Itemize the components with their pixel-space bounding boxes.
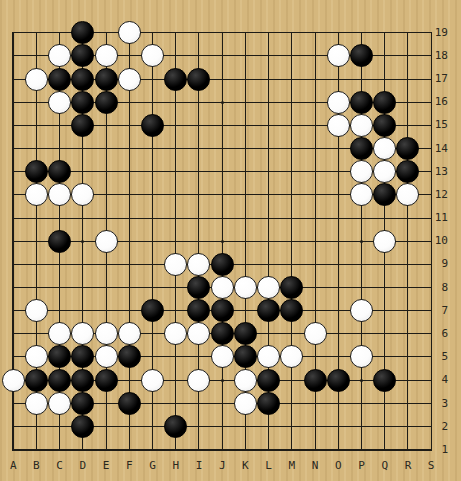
black-stone-I17[interactable]	[187, 68, 210, 91]
intersection-O17[interactable]	[327, 68, 350, 91]
black-stone-J6[interactable]	[211, 322, 234, 345]
white-stone-L8[interactable]	[257, 276, 280, 299]
black-stone-G15[interactable]	[141, 114, 164, 137]
intersection-C3[interactable]	[48, 392, 71, 415]
intersection-A2[interactable]	[2, 415, 25, 438]
intersection-L8[interactable]	[257, 276, 280, 299]
black-stone-M7[interactable]	[280, 299, 303, 322]
white-stone-J8[interactable]	[211, 276, 234, 299]
intersection-E11[interactable]	[94, 206, 117, 229]
intersection-C15[interactable]	[48, 114, 71, 137]
intersection-F6[interactable]	[118, 322, 141, 345]
intersection-O12[interactable]	[327, 183, 350, 206]
intersection-N17[interactable]	[303, 68, 326, 91]
intersection-K15[interactable]	[234, 114, 257, 137]
intersection-G5[interactable]	[141, 345, 164, 368]
intersection-F19[interactable]	[118, 21, 141, 44]
intersection-R5[interactable]	[396, 345, 419, 368]
intersection-O8[interactable]	[327, 276, 350, 299]
black-stone-C10[interactable]	[48, 230, 71, 253]
intersection-M1[interactable]	[280, 438, 303, 461]
intersection-F15[interactable]	[118, 114, 141, 137]
white-stone-C6[interactable]	[48, 322, 71, 345]
intersection-M18[interactable]	[280, 44, 303, 67]
intersection-A15[interactable]	[2, 114, 25, 137]
white-stone-B7[interactable]	[25, 299, 48, 322]
intersection-P3[interactable]	[350, 392, 373, 415]
intersection-G9[interactable]	[141, 253, 164, 276]
white-stone-I9[interactable]	[187, 253, 210, 276]
intersection-N8[interactable]	[303, 276, 326, 299]
intersection-N3[interactable]	[303, 392, 326, 415]
intersection-H10[interactable]	[164, 230, 187, 253]
intersection-O7[interactable]	[327, 299, 350, 322]
white-stone-Q14[interactable]	[373, 137, 396, 160]
intersection-B15[interactable]	[25, 114, 48, 137]
intersection-B9[interactable]	[25, 253, 48, 276]
intersection-N1[interactable]	[303, 438, 326, 461]
intersection-L13[interactable]	[257, 160, 280, 183]
intersection-Q8[interactable]	[373, 276, 396, 299]
intersection-Q4[interactable]	[373, 369, 396, 392]
intersection-G12[interactable]	[141, 183, 164, 206]
intersection-D13[interactable]	[71, 160, 94, 183]
intersection-A3[interactable]	[2, 392, 25, 415]
intersection-E1[interactable]	[94, 438, 117, 461]
intersection-G16[interactable]	[141, 91, 164, 114]
intersection-N6[interactable]	[303, 322, 326, 345]
intersection-A5[interactable]	[2, 345, 25, 368]
intersection-J9[interactable]	[211, 253, 234, 276]
intersection-I18[interactable]	[187, 44, 210, 67]
intersection-P5[interactable]	[350, 345, 373, 368]
intersection-J6[interactable]	[211, 322, 234, 345]
intersection-H5[interactable]	[164, 345, 187, 368]
intersection-K12[interactable]	[234, 183, 257, 206]
intersection-B1[interactable]	[25, 438, 48, 461]
black-stone-C17[interactable]	[48, 68, 71, 91]
intersection-A6[interactable]	[2, 322, 25, 345]
intersection-M16[interactable]	[280, 91, 303, 114]
intersection-F13[interactable]	[118, 160, 141, 183]
intersection-R14[interactable]	[396, 137, 419, 160]
white-stone-P15[interactable]	[350, 114, 373, 137]
white-stone-K3[interactable]	[234, 392, 257, 415]
intersection-P9[interactable]	[350, 253, 373, 276]
intersection-K8[interactable]	[234, 276, 257, 299]
intersection-N19[interactable]	[303, 21, 326, 44]
intersection-F2[interactable]	[118, 415, 141, 438]
intersection-B16[interactable]	[25, 91, 48, 114]
intersection-L6[interactable]	[257, 322, 280, 345]
intersection-O9[interactable]	[327, 253, 350, 276]
intersection-Q13[interactable]	[373, 160, 396, 183]
intersection-C1[interactable]	[48, 438, 71, 461]
intersection-K11[interactable]	[234, 206, 257, 229]
black-stone-D3[interactable]	[71, 392, 94, 415]
intersection-J5[interactable]	[211, 345, 234, 368]
intersection-F8[interactable]	[118, 276, 141, 299]
intersection-P18[interactable]	[350, 44, 373, 67]
intersection-R13[interactable]	[396, 160, 419, 183]
intersection-B6[interactable]	[25, 322, 48, 345]
intersection-I5[interactable]	[187, 345, 210, 368]
intersection-P16[interactable]	[350, 91, 373, 114]
intersection-K17[interactable]	[234, 68, 257, 91]
intersection-Q9[interactable]	[373, 253, 396, 276]
intersection-D2[interactable]	[71, 415, 94, 438]
intersection-N9[interactable]	[303, 253, 326, 276]
intersection-J3[interactable]	[211, 392, 234, 415]
intersection-H3[interactable]	[164, 392, 187, 415]
black-stone-R14[interactable]	[396, 137, 419, 160]
intersection-I12[interactable]	[187, 183, 210, 206]
white-stone-C16[interactable]	[48, 91, 71, 114]
intersection-G15[interactable]	[141, 114, 164, 137]
intersection-R9[interactable]	[396, 253, 419, 276]
black-stone-E16[interactable]	[95, 91, 118, 114]
intersection-G7[interactable]	[141, 299, 164, 322]
intersection-E6[interactable]	[94, 322, 117, 345]
intersection-O10[interactable]	[327, 230, 350, 253]
intersection-H17[interactable]	[164, 68, 187, 91]
intersection-B3[interactable]	[25, 392, 48, 415]
intersection-K6[interactable]	[234, 322, 257, 345]
white-stone-F19[interactable]	[118, 21, 141, 44]
white-stone-Q13[interactable]	[373, 160, 396, 183]
white-stone-B5[interactable]	[25, 345, 48, 368]
intersection-F10[interactable]	[118, 230, 141, 253]
intersection-H19[interactable]	[164, 21, 187, 44]
white-stone-P12[interactable]	[350, 183, 373, 206]
intersection-E9[interactable]	[94, 253, 117, 276]
white-stone-C3[interactable]	[48, 392, 71, 415]
intersection-B4[interactable]	[25, 369, 48, 392]
intersection-M5[interactable]	[280, 345, 303, 368]
intersection-M4[interactable]	[280, 369, 303, 392]
white-stone-H6[interactable]	[164, 322, 187, 345]
intersection-L15[interactable]	[257, 114, 280, 137]
white-stone-E6[interactable]	[95, 322, 118, 345]
white-stone-B17[interactable]	[25, 68, 48, 91]
intersection-P7[interactable]	[350, 299, 373, 322]
intersection-K18[interactable]	[234, 44, 257, 67]
intersection-B11[interactable]	[25, 206, 48, 229]
intersection-N5[interactable]	[303, 345, 326, 368]
intersection-B10[interactable]	[25, 230, 48, 253]
black-stone-Q15[interactable]	[373, 114, 396, 137]
intersection-N12[interactable]	[303, 183, 326, 206]
intersection-E17[interactable]	[94, 68, 117, 91]
intersection-M3[interactable]	[280, 392, 303, 415]
intersection-F11[interactable]	[118, 206, 141, 229]
white-stone-E10[interactable]	[95, 230, 118, 253]
intersection-P2[interactable]	[350, 415, 373, 438]
black-stone-C4[interactable]	[48, 369, 71, 392]
intersection-H13[interactable]	[164, 160, 187, 183]
white-stone-G18[interactable]	[141, 44, 164, 67]
intersection-L2[interactable]	[257, 415, 280, 438]
intersection-L9[interactable]	[257, 253, 280, 276]
intersection-I3[interactable]	[187, 392, 210, 415]
intersection-I16[interactable]	[187, 91, 210, 114]
black-stone-D17[interactable]	[71, 68, 94, 91]
intersection-C14[interactable]	[48, 137, 71, 160]
intersection-H15[interactable]	[164, 114, 187, 137]
black-stone-F3[interactable]	[118, 392, 141, 415]
white-stone-P13[interactable]	[350, 160, 373, 183]
intersection-C7[interactable]	[48, 299, 71, 322]
white-stone-O16[interactable]	[327, 91, 350, 114]
intersection-H9[interactable]	[164, 253, 187, 276]
intersection-G18[interactable]	[141, 44, 164, 67]
intersection-L5[interactable]	[257, 345, 280, 368]
intersection-B13[interactable]	[25, 160, 48, 183]
intersection-H11[interactable]	[164, 206, 187, 229]
intersection-O1[interactable]	[327, 438, 350, 461]
black-stone-L3[interactable]	[257, 392, 280, 415]
intersection-D18[interactable]	[71, 44, 94, 67]
intersection-R8[interactable]	[396, 276, 419, 299]
intersection-D8[interactable]	[71, 276, 94, 299]
intersection-K13[interactable]	[234, 160, 257, 183]
intersection-I2[interactable]	[187, 415, 210, 438]
black-stone-K5[interactable]	[234, 345, 257, 368]
black-stone-M8[interactable]	[280, 276, 303, 299]
white-stone-P5[interactable]	[350, 345, 373, 368]
intersection-E13[interactable]	[94, 160, 117, 183]
intersection-Q6[interactable]	[373, 322, 396, 345]
intersection-E10[interactable]	[94, 230, 117, 253]
intersection-A11[interactable]	[2, 206, 25, 229]
white-stone-O15[interactable]	[327, 114, 350, 137]
white-stone-M5[interactable]	[280, 345, 303, 368]
black-stone-D16[interactable]	[71, 91, 94, 114]
intersection-B18[interactable]	[25, 44, 48, 67]
intersection-C9[interactable]	[48, 253, 71, 276]
intersection-G19[interactable]	[141, 21, 164, 44]
white-stone-I6[interactable]	[187, 322, 210, 345]
black-stone-I8[interactable]	[187, 276, 210, 299]
intersection-P8[interactable]	[350, 276, 373, 299]
intersection-J11[interactable]	[211, 206, 234, 229]
intersection-J19[interactable]	[211, 21, 234, 44]
black-stone-P14[interactable]	[350, 137, 373, 160]
intersection-K9[interactable]	[234, 253, 257, 276]
intersection-M2[interactable]	[280, 415, 303, 438]
intersection-K3[interactable]	[234, 392, 257, 415]
intersection-P6[interactable]	[350, 322, 373, 345]
intersection-B12[interactable]	[25, 183, 48, 206]
intersection-E15[interactable]	[94, 114, 117, 137]
black-stone-D19[interactable]	[71, 21, 94, 44]
intersection-F14[interactable]	[118, 137, 141, 160]
intersection-E5[interactable]	[94, 345, 117, 368]
intersection-M10[interactable]	[280, 230, 303, 253]
intersection-L17[interactable]	[257, 68, 280, 91]
black-stone-J7[interactable]	[211, 299, 234, 322]
intersection-F4[interactable]	[118, 369, 141, 392]
intersection-R16[interactable]	[396, 91, 419, 114]
intersection-A19[interactable]	[2, 21, 25, 44]
intersection-D14[interactable]	[71, 137, 94, 160]
black-stone-K6[interactable]	[234, 322, 257, 345]
black-stone-D2[interactable]	[71, 415, 94, 438]
intersection-M14[interactable]	[280, 137, 303, 160]
white-stone-N6[interactable]	[304, 322, 327, 345]
intersection-Q10[interactable]	[373, 230, 396, 253]
intersection-I9[interactable]	[187, 253, 210, 276]
white-stone-D12[interactable]	[71, 183, 94, 206]
intersection-G13[interactable]	[141, 160, 164, 183]
intersection-M13[interactable]	[280, 160, 303, 183]
intersection-I10[interactable]	[187, 230, 210, 253]
intersection-G1[interactable]	[141, 438, 164, 461]
black-stone-Q16[interactable]	[373, 91, 396, 114]
intersection-P13[interactable]	[350, 160, 373, 183]
intersection-K4[interactable]	[234, 369, 257, 392]
intersection-R7[interactable]	[396, 299, 419, 322]
intersection-F1[interactable]	[118, 438, 141, 461]
intersection-K2[interactable]	[234, 415, 257, 438]
intersection-A18[interactable]	[2, 44, 25, 67]
intersection-O6[interactable]	[327, 322, 350, 345]
intersection-J8[interactable]	[211, 276, 234, 299]
black-stone-H2[interactable]	[164, 415, 187, 438]
intersection-C8[interactable]	[48, 276, 71, 299]
intersection-P4[interactable]	[350, 369, 373, 392]
intersection-C2[interactable]	[48, 415, 71, 438]
intersection-B8[interactable]	[25, 276, 48, 299]
intersection-I8[interactable]	[187, 276, 210, 299]
intersection-G8[interactable]	[141, 276, 164, 299]
intersection-A14[interactable]	[2, 137, 25, 160]
white-stone-B12[interactable]	[25, 183, 48, 206]
intersection-D1[interactable]	[71, 438, 94, 461]
intersection-C11[interactable]	[48, 206, 71, 229]
white-stone-B3[interactable]	[25, 392, 48, 415]
intersection-J10[interactable]	[211, 230, 234, 253]
intersection-N18[interactable]	[303, 44, 326, 67]
intersection-J16[interactable]	[211, 91, 234, 114]
intersection-N16[interactable]	[303, 91, 326, 114]
intersection-A17[interactable]	[2, 68, 25, 91]
intersection-I19[interactable]	[187, 21, 210, 44]
white-stone-J5[interactable]	[211, 345, 234, 368]
intersection-D19[interactable]	[71, 21, 94, 44]
intersection-O11[interactable]	[327, 206, 350, 229]
intersection-Q15[interactable]	[373, 114, 396, 137]
intersection-R11[interactable]	[396, 206, 419, 229]
intersection-D17[interactable]	[71, 68, 94, 91]
intersection-N10[interactable]	[303, 230, 326, 253]
intersection-M7[interactable]	[280, 299, 303, 322]
black-stone-Q4[interactable]	[373, 369, 396, 392]
intersection-P15[interactable]	[350, 114, 373, 137]
intersection-R15[interactable]	[396, 114, 419, 137]
white-stone-F6[interactable]	[118, 322, 141, 345]
intersection-C13[interactable]	[48, 160, 71, 183]
intersection-J14[interactable]	[211, 137, 234, 160]
intersection-C6[interactable]	[48, 322, 71, 345]
intersection-C4[interactable]	[48, 369, 71, 392]
intersection-Q16[interactable]	[373, 91, 396, 114]
white-stone-C18[interactable]	[48, 44, 71, 67]
intersection-R19[interactable]	[396, 21, 419, 44]
black-stone-B13[interactable]	[25, 160, 48, 183]
intersection-D16[interactable]	[71, 91, 94, 114]
intersection-A9[interactable]	[2, 253, 25, 276]
white-stone-Q10[interactable]	[373, 230, 396, 253]
intersection-R10[interactable]	[396, 230, 419, 253]
intersection-O14[interactable]	[327, 137, 350, 160]
intersection-R4[interactable]	[396, 369, 419, 392]
intersection-J7[interactable]	[211, 299, 234, 322]
intersection-K10[interactable]	[234, 230, 257, 253]
intersection-J18[interactable]	[211, 44, 234, 67]
black-stone-L4[interactable]	[257, 369, 280, 392]
intersection-C17[interactable]	[48, 68, 71, 91]
intersection-E7[interactable]	[94, 299, 117, 322]
intersection-C19[interactable]	[48, 21, 71, 44]
black-stone-J9[interactable]	[211, 253, 234, 276]
intersection-E3[interactable]	[94, 392, 117, 415]
intersection-N11[interactable]	[303, 206, 326, 229]
black-stone-P18[interactable]	[350, 44, 373, 67]
intersection-A4[interactable]	[2, 369, 25, 392]
black-stone-D4[interactable]	[71, 369, 94, 392]
black-stone-E4[interactable]	[95, 369, 118, 392]
intersection-D10[interactable]	[71, 230, 94, 253]
white-stone-E18[interactable]	[95, 44, 118, 67]
intersection-M11[interactable]	[280, 206, 303, 229]
intersection-O4[interactable]	[327, 369, 350, 392]
white-stone-P7[interactable]	[350, 299, 373, 322]
intersection-J15[interactable]	[211, 114, 234, 137]
intersection-J4[interactable]	[211, 369, 234, 392]
intersection-B14[interactable]	[25, 137, 48, 160]
intersection-L10[interactable]	[257, 230, 280, 253]
intersection-C18[interactable]	[48, 44, 71, 67]
intersection-R2[interactable]	[396, 415, 419, 438]
intersection-I11[interactable]	[187, 206, 210, 229]
intersection-O3[interactable]	[327, 392, 350, 415]
black-stone-N4[interactable]	[304, 369, 327, 392]
intersection-J1[interactable]	[211, 438, 234, 461]
intersection-K5[interactable]	[234, 345, 257, 368]
black-stone-F5[interactable]	[118, 345, 141, 368]
intersection-D15[interactable]	[71, 114, 94, 137]
intersection-F5[interactable]	[118, 345, 141, 368]
intersection-J2[interactable]	[211, 415, 234, 438]
intersection-K1[interactable]	[234, 438, 257, 461]
intersection-D7[interactable]	[71, 299, 94, 322]
intersection-M12[interactable]	[280, 183, 303, 206]
white-stone-F17[interactable]	[118, 68, 141, 91]
intersection-E19[interactable]	[94, 21, 117, 44]
intersection-L7[interactable]	[257, 299, 280, 322]
intersection-G2[interactable]	[141, 415, 164, 438]
intersection-R3[interactable]	[396, 392, 419, 415]
intersection-R12[interactable]	[396, 183, 419, 206]
intersection-A7[interactable]	[2, 299, 25, 322]
white-stone-K4[interactable]	[234, 369, 257, 392]
intersection-N15[interactable]	[303, 114, 326, 137]
intersection-I1[interactable]	[187, 438, 210, 461]
white-stone-D6[interactable]	[71, 322, 94, 345]
intersection-A10[interactable]	[2, 230, 25, 253]
intersection-C16[interactable]	[48, 91, 71, 114]
